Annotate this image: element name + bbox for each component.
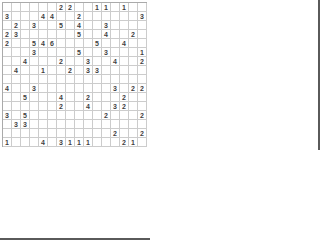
cell-r7c16[interactable]: 2 [138, 57, 147, 66]
cell-r8c13[interactable] [111, 66, 120, 75]
cell-r11c5[interactable] [39, 93, 48, 102]
cell-r5c14[interactable]: 4 [120, 39, 129, 48]
cell-r7c3[interactable]: 4 [21, 57, 30, 66]
cell-r13c15[interactable] [129, 111, 138, 120]
cell-r15c4[interactable] [30, 129, 39, 138]
cell-r3c10[interactable] [84, 21, 93, 30]
cell-r6c11[interactable] [93, 48, 102, 57]
cell-r1c4[interactable] [30, 3, 39, 12]
cell-r1c3[interactable] [21, 3, 30, 12]
cell-r6c14[interactable] [120, 48, 129, 57]
cell-r15c3[interactable] [21, 129, 30, 138]
cell-r16c11[interactable] [93, 138, 102, 147]
cell-r7c1[interactable] [3, 57, 12, 66]
cell-r8c12[interactable] [102, 66, 111, 75]
cell-r5c3[interactable] [21, 39, 30, 48]
cell-r4c13[interactable] [111, 30, 120, 39]
cell-r4c16[interactable] [138, 30, 147, 39]
cell-r9c14[interactable] [120, 75, 129, 84]
cell-r11c12[interactable] [102, 93, 111, 102]
cell-r7c13[interactable]: 4 [111, 57, 120, 66]
cell-r6c9[interactable]: 5 [75, 48, 84, 57]
cell-r7c6[interactable] [48, 57, 57, 66]
cell-r8c9[interactable] [75, 66, 84, 75]
cell-r14c12[interactable] [102, 120, 111, 129]
cell-r12c5[interactable] [39, 102, 48, 111]
cell-r8c1[interactable] [3, 66, 12, 75]
cell-r4c2[interactable]: 3 [12, 30, 21, 39]
cell-r9c3[interactable] [21, 75, 30, 84]
cell-r14c6[interactable] [48, 120, 57, 129]
cell-r8c8[interactable]: 2 [66, 66, 75, 75]
cell-r16c7[interactable]: 3 [57, 138, 66, 147]
cell-r11c8[interactable] [66, 93, 75, 102]
cell-r10c6[interactable] [48, 84, 57, 93]
cell-r13c13[interactable] [111, 111, 120, 120]
cell-r12c9[interactable] [75, 102, 84, 111]
cell-r1c11[interactable]: 1 [93, 3, 102, 12]
cell-r7c4[interactable] [30, 57, 39, 66]
cell-r3c11[interactable] [93, 21, 102, 30]
cell-r10c5[interactable] [39, 84, 48, 93]
cell-r16c6[interactable] [48, 138, 57, 147]
cell-r12c11[interactable] [93, 102, 102, 111]
cell-r13c10[interactable] [84, 111, 93, 120]
cell-r8c16[interactable] [138, 66, 147, 75]
cell-r13c14[interactable] [120, 111, 129, 120]
cell-r14c8[interactable] [66, 120, 75, 129]
cell-r4c7[interactable] [57, 30, 66, 39]
cell-r8c14[interactable] [120, 66, 129, 75]
cell-r16c12[interactable] [102, 138, 111, 147]
cell-r2c8[interactable] [66, 12, 75, 21]
cell-r14c4[interactable] [30, 120, 39, 129]
cell-r10c2[interactable] [12, 84, 21, 93]
cell-r12c13[interactable]: 3 [111, 102, 120, 111]
cell-r1c15[interactable] [129, 3, 138, 12]
cell-r16c8[interactable]: 1 [66, 138, 75, 147]
cell-r11c6[interactable] [48, 93, 57, 102]
cell-r8c11[interactable]: 3 [93, 66, 102, 75]
cell-r4c12[interactable]: 4 [102, 30, 111, 39]
cell-r5c1[interactable]: 2 [3, 39, 12, 48]
cell-r12c2[interactable] [12, 102, 21, 111]
cell-r8c5[interactable]: 1 [39, 66, 48, 75]
cell-r8c6[interactable] [48, 66, 57, 75]
cell-r11c11[interactable] [93, 93, 102, 102]
cell-r10c16[interactable]: 2 [138, 84, 147, 93]
cell-r13c9[interactable] [75, 111, 84, 120]
cell-r15c13[interactable]: 2 [111, 129, 120, 138]
cell-r5c6[interactable]: 6 [48, 39, 57, 48]
cell-r1c7[interactable]: 2 [57, 3, 66, 12]
cell-r9c11[interactable] [93, 75, 102, 84]
cell-r6c1[interactable] [3, 48, 12, 57]
cell-r5c8[interactable] [66, 39, 75, 48]
cell-r1c10[interactable] [84, 3, 93, 12]
cell-r14c1[interactable] [3, 120, 12, 129]
cell-r5c10[interactable] [84, 39, 93, 48]
minesweeper-board: 2211134423235432354225465435314234241233… [2, 2, 147, 147]
cell-r14c3[interactable]: 3 [21, 120, 30, 129]
cell-r15c2[interactable] [12, 129, 21, 138]
cell-r11c1[interactable] [3, 93, 12, 102]
cell-r15c11[interactable] [93, 129, 102, 138]
cell-r1c14[interactable]: 1 [120, 3, 129, 12]
cell-r10c13[interactable]: 3 [111, 84, 120, 93]
cell-r6c4[interactable]: 3 [30, 48, 39, 57]
cell-r11c15[interactable] [129, 93, 138, 102]
cell-r9c2[interactable] [12, 75, 21, 84]
cell-r10c8[interactable] [66, 84, 75, 93]
cell-r3c6[interactable] [48, 21, 57, 30]
cell-r2c5[interactable]: 4 [39, 12, 48, 21]
cell-r8c15[interactable] [129, 66, 138, 75]
cell-r16c1[interactable]: 1 [3, 138, 12, 147]
cell-r3c13[interactable] [111, 21, 120, 30]
cell-r3c7[interactable]: 5 [57, 21, 66, 30]
cell-r1c2[interactable] [12, 3, 21, 12]
cell-r9c7[interactable] [57, 75, 66, 84]
cell-r5c11[interactable]: 5 [93, 39, 102, 48]
cell-r13c8[interactable] [66, 111, 75, 120]
cell-r2c3[interactable] [21, 12, 30, 21]
cell-r6c2[interactable] [12, 48, 21, 57]
cell-r9c6[interactable] [48, 75, 57, 84]
cell-r13c16[interactable]: 2 [138, 111, 147, 120]
cell-r6c6[interactable] [48, 48, 57, 57]
cell-r10c1[interactable]: 4 [3, 84, 12, 93]
cell-r10c9[interactable] [75, 84, 84, 93]
cell-r16c4[interactable] [30, 138, 39, 147]
cell-r2c15[interactable] [129, 12, 138, 21]
cell-r6c5[interactable] [39, 48, 48, 57]
cell-r9c12[interactable] [102, 75, 111, 84]
cell-r8c2[interactable]: 4 [12, 66, 21, 75]
cell-r8c10[interactable]: 3 [84, 66, 93, 75]
cell-r15c12[interactable] [102, 129, 111, 138]
cell-r15c6[interactable] [48, 129, 57, 138]
cell-r9c9[interactable] [75, 75, 84, 84]
cell-r2c6[interactable]: 4 [48, 12, 57, 21]
cell-r6c15[interactable] [129, 48, 138, 57]
cell-r11c2[interactable] [12, 93, 21, 102]
cell-r5c5[interactable]: 4 [39, 39, 48, 48]
cell-r4c9[interactable]: 5 [75, 30, 84, 39]
cell-r3c14[interactable] [120, 21, 129, 30]
cell-r5c15[interactable] [129, 39, 138, 48]
cell-r2c14[interactable] [120, 12, 129, 21]
cell-r7c14[interactable] [120, 57, 129, 66]
cell-r8c7[interactable] [57, 66, 66, 75]
cell-r5c7[interactable] [57, 39, 66, 48]
cell-r14c10[interactable] [84, 120, 93, 129]
cell-r14c5[interactable] [39, 120, 48, 129]
cell-r10c12[interactable] [102, 84, 111, 93]
cell-r4c3[interactable] [21, 30, 30, 39]
cell-r9c8[interactable] [66, 75, 75, 84]
cell-r13c4[interactable] [30, 111, 39, 120]
cell-r7c15[interactable] [129, 57, 138, 66]
cell-r14c11[interactable] [93, 120, 102, 129]
cell-r16c13[interactable] [111, 138, 120, 147]
cell-r8c4[interactable] [30, 66, 39, 75]
cell-r7c12[interactable] [102, 57, 111, 66]
cell-r13c12[interactable]: 2 [102, 111, 111, 120]
cell-r16c3[interactable] [21, 138, 30, 147]
cell-r13c11[interactable] [93, 111, 102, 120]
cell-r12c10[interactable]: 4 [84, 102, 93, 111]
cell-r16c5[interactable]: 4 [39, 138, 48, 147]
cell-r8c3[interactable] [21, 66, 30, 75]
cell-r7c9[interactable] [75, 57, 84, 66]
cell-r10c4[interactable]: 3 [30, 84, 39, 93]
cell-r16c15[interactable]: 1 [129, 138, 138, 147]
cell-r4c15[interactable]: 2 [129, 30, 138, 39]
cell-r13c7[interactable] [57, 111, 66, 120]
cell-r14c14[interactable] [120, 120, 129, 129]
cell-r10c11[interactable] [93, 84, 102, 93]
cell-r10c15[interactable]: 2 [129, 84, 138, 93]
cell-r1c12[interactable]: 1 [102, 3, 111, 12]
cell-r2c1[interactable]: 3 [3, 12, 12, 21]
cell-r1c13[interactable] [111, 3, 120, 12]
cell-r13c6[interactable] [48, 111, 57, 120]
cell-r5c13[interactable] [111, 39, 120, 48]
cell-r3c16[interactable] [138, 21, 147, 30]
cell-r6c8[interactable] [66, 48, 75, 57]
cell-r11c16[interactable] [138, 93, 147, 102]
cell-r14c15[interactable] [129, 120, 138, 129]
cell-r6c12[interactable]: 3 [102, 48, 111, 57]
cell-r13c5[interactable] [39, 111, 48, 120]
cell-r3c4[interactable]: 3 [30, 21, 39, 30]
cell-r11c9[interactable] [75, 93, 84, 102]
cell-r16c16[interactable] [138, 138, 147, 147]
cell-r16c14[interactable]: 2 [120, 138, 129, 147]
cell-r14c2[interactable]: 3 [12, 120, 21, 129]
cell-r15c16[interactable]: 2 [138, 129, 147, 138]
cell-r2c16[interactable]: 3 [138, 12, 147, 21]
cell-r2c13[interactable] [111, 12, 120, 21]
cell-r2c11[interactable] [93, 12, 102, 21]
cell-r5c2[interactable] [12, 39, 21, 48]
cell-r4c10[interactable] [84, 30, 93, 39]
cell-r9c10[interactable] [84, 75, 93, 84]
cell-r1c8[interactable]: 2 [66, 3, 75, 12]
cell-r2c10[interactable] [84, 12, 93, 21]
cell-r9c5[interactable] [39, 75, 48, 84]
cell-r16c10[interactable]: 1 [84, 138, 93, 147]
cell-r3c5[interactable] [39, 21, 48, 30]
cell-r14c7[interactable] [57, 120, 66, 129]
cell-r3c3[interactable] [21, 21, 30, 30]
cell-r12c15[interactable] [129, 102, 138, 111]
cell-r12c4[interactable] [30, 102, 39, 111]
cell-r3c8[interactable] [66, 21, 75, 30]
cell-r12c8[interactable] [66, 102, 75, 111]
cell-r11c3[interactable]: 5 [21, 93, 30, 102]
cell-r7c7[interactable]: 2 [57, 57, 66, 66]
cell-r12c14[interactable]: 2 [120, 102, 129, 111]
cell-r13c1[interactable]: 3 [3, 111, 12, 120]
cell-r16c9[interactable]: 1 [75, 138, 84, 147]
cell-r12c6[interactable] [48, 102, 57, 111]
cell-r16c2[interactable] [12, 138, 21, 147]
cell-r12c7[interactable]: 2 [57, 102, 66, 111]
cell-r11c4[interactable] [30, 93, 39, 102]
cell-r4c8[interactable] [66, 30, 75, 39]
cell-r14c9[interactable] [75, 120, 84, 129]
